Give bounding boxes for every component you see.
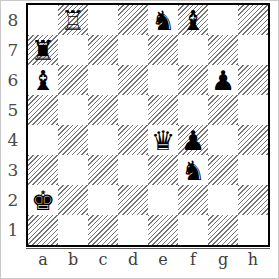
square-g6[interactable]: ♟ [208,65,238,95]
white-rook-b8[interactable]: ♖ [58,5,88,35]
square-f6[interactable] [178,65,208,95]
square-d2[interactable] [118,185,148,215]
square-b7[interactable] [58,35,88,65]
rank-label-4: 4 [3,125,23,155]
black-rook-a7[interactable]: ♜ [28,35,58,65]
file-label-b: b [58,248,88,272]
square-e3[interactable] [148,155,178,185]
square-e4[interactable]: ♛ [148,125,178,155]
square-h6[interactable] [238,65,268,95]
square-e2[interactable] [148,185,178,215]
square-c3[interactable] [88,155,118,185]
square-e1[interactable] [148,215,178,245]
file-label-a: a [28,248,58,272]
square-f5[interactable] [178,95,208,125]
square-f2[interactable] [178,185,208,215]
file-label-d: d [118,248,148,272]
rank-label-7: 7 [3,35,23,65]
square-g4[interactable] [208,125,238,155]
chess-diagram: 87654321 ♖♞♝♜♝♟♛♟♞♚ abcdefgh [0,0,279,279]
square-c8[interactable] [88,5,118,35]
square-g5[interactable] [208,95,238,125]
square-d1[interactable] [118,215,148,245]
square-d4[interactable] [118,125,148,155]
square-h7[interactable] [238,35,268,65]
black-bishop-a6[interactable]: ♝ [28,65,58,95]
square-e7[interactable] [148,35,178,65]
square-b5[interactable] [58,95,88,125]
file-label-h: h [238,248,268,272]
square-g3[interactable] [208,155,238,185]
square-b4[interactable] [58,125,88,155]
square-c2[interactable] [88,185,118,215]
square-c1[interactable] [88,215,118,245]
square-h2[interactable] [238,185,268,215]
square-c4[interactable] [88,125,118,155]
black-pawn-g6[interactable]: ♟ [208,65,238,95]
square-c6[interactable] [88,65,118,95]
square-f4[interactable]: ♟ [178,125,208,155]
square-f1[interactable] [178,215,208,245]
square-g2[interactable] [208,185,238,215]
square-b2[interactable] [58,185,88,215]
file-labels: abcdefgh [28,248,268,272]
chess-board: ♖♞♝♜♝♟♛♟♞♚ [26,3,270,247]
square-h1[interactable] [238,215,268,245]
black-knight-f3[interactable]: ♞ [178,155,208,185]
square-e5[interactable] [148,95,178,125]
square-b1[interactable] [58,215,88,245]
square-a4[interactable] [28,125,58,155]
file-label-g: g [208,248,238,272]
black-bishop-f8[interactable]: ♝ [178,5,208,35]
square-a1[interactable] [28,215,58,245]
square-c5[interactable] [88,95,118,125]
rank-label-2: 2 [3,185,23,215]
square-b8[interactable]: ♖ [58,5,88,35]
square-d3[interactable] [118,155,148,185]
file-label-e: e [148,248,178,272]
black-pawn-f4[interactable]: ♟ [178,125,208,155]
rank-label-8: 8 [3,5,23,35]
square-a6[interactable]: ♝ [28,65,58,95]
black-queen-e4[interactable]: ♛ [148,125,178,155]
square-d7[interactable] [118,35,148,65]
square-e8[interactable]: ♞ [148,5,178,35]
square-a5[interactable] [28,95,58,125]
square-a2[interactable]: ♚ [28,185,58,215]
square-a8[interactable] [28,5,58,35]
square-c7[interactable] [88,35,118,65]
square-g8[interactable] [208,5,238,35]
square-a3[interactable] [28,155,58,185]
square-b6[interactable] [58,65,88,95]
square-h4[interactable] [238,125,268,155]
rank-label-3: 3 [3,155,23,185]
square-d8[interactable] [118,5,148,35]
square-h8[interactable] [238,5,268,35]
square-d5[interactable] [118,95,148,125]
square-g7[interactable] [208,35,238,65]
rank-label-5: 5 [3,95,23,125]
file-label-c: c [88,248,118,272]
black-knight-e8[interactable]: ♞ [148,5,178,35]
black-king-a2[interactable]: ♚ [28,185,58,215]
square-e6[interactable] [148,65,178,95]
rank-label-1: 1 [3,215,23,245]
square-f3[interactable]: ♞ [178,155,208,185]
rank-label-6: 6 [3,65,23,95]
square-h3[interactable] [238,155,268,185]
square-d6[interactable] [118,65,148,95]
rank-labels: 87654321 [3,5,23,245]
square-a7[interactable]: ♜ [28,35,58,65]
square-h5[interactable] [238,95,268,125]
file-label-f: f [178,248,208,272]
square-g1[interactable] [208,215,238,245]
square-f7[interactable] [178,35,208,65]
square-b3[interactable] [58,155,88,185]
square-f8[interactable]: ♝ [178,5,208,35]
